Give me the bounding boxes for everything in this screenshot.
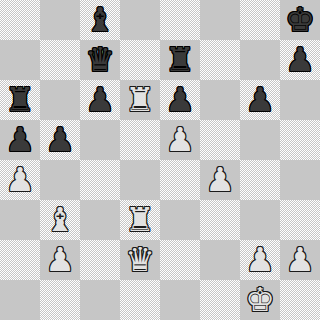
square-d3[interactable]: ♜: [120, 200, 160, 240]
square-c3[interactable]: [80, 200, 120, 240]
square-g3[interactable]: [240, 200, 280, 240]
square-e6[interactable]: ♟: [160, 80, 200, 120]
square-f7[interactable]: [200, 40, 240, 80]
piece-white-king[interactable]: ♚: [240, 280, 280, 320]
square-c7[interactable]: ♛: [80, 40, 120, 80]
square-c8[interactable]: ♝: [80, 0, 120, 40]
square-f2[interactable]: [200, 240, 240, 280]
square-g4[interactable]: [240, 160, 280, 200]
square-a1[interactable]: [0, 280, 40, 320]
piece-black-pawn[interactable]: ♟: [80, 80, 120, 120]
piece-black-pawn[interactable]: ♟: [160, 80, 200, 120]
square-e7[interactable]: ♜: [160, 40, 200, 80]
square-f6[interactable]: [200, 80, 240, 120]
square-b8[interactable]: [40, 0, 80, 40]
square-d4[interactable]: [120, 160, 160, 200]
piece-white-pawn[interactable]: ♟: [280, 240, 320, 280]
square-a8[interactable]: [0, 0, 40, 40]
square-h8[interactable]: ♚: [280, 0, 320, 40]
square-h7[interactable]: ♟: [280, 40, 320, 80]
piece-black-queen[interactable]: ♛: [80, 40, 120, 80]
piece-black-rook[interactable]: ♜: [0, 80, 40, 120]
square-g5[interactable]: [240, 120, 280, 160]
square-b4[interactable]: [40, 160, 80, 200]
chess-board: ♝♚♛♜♟♜♟♜♟♟♟♟♟♟♟♝♜♟♛♟♟♚: [0, 0, 320, 320]
square-b2[interactable]: ♟: [40, 240, 80, 280]
piece-white-rook[interactable]: ♜: [120, 200, 160, 240]
square-c1[interactable]: [80, 280, 120, 320]
square-e1[interactable]: [160, 280, 200, 320]
square-e4[interactable]: [160, 160, 200, 200]
square-c4[interactable]: [80, 160, 120, 200]
square-c2[interactable]: [80, 240, 120, 280]
square-a3[interactable]: [0, 200, 40, 240]
piece-white-pawn[interactable]: ♟: [200, 160, 240, 200]
piece-white-rook[interactable]: ♜: [120, 80, 160, 120]
square-d1[interactable]: [120, 280, 160, 320]
square-e3[interactable]: [160, 200, 200, 240]
square-g6[interactable]: ♟: [240, 80, 280, 120]
square-h3[interactable]: [280, 200, 320, 240]
piece-white-pawn[interactable]: ♟: [0, 160, 40, 200]
square-a6[interactable]: ♜: [0, 80, 40, 120]
square-f8[interactable]: [200, 0, 240, 40]
square-b5[interactable]: ♟: [40, 120, 80, 160]
piece-white-pawn[interactable]: ♟: [160, 120, 200, 160]
square-e5[interactable]: ♟: [160, 120, 200, 160]
square-b6[interactable]: [40, 80, 80, 120]
piece-white-bishop[interactable]: ♝: [40, 200, 80, 240]
square-h1[interactable]: [280, 280, 320, 320]
square-g7[interactable]: [240, 40, 280, 80]
square-f5[interactable]: [200, 120, 240, 160]
square-g8[interactable]: [240, 0, 280, 40]
piece-white-pawn[interactable]: ♟: [240, 240, 280, 280]
square-h4[interactable]: [280, 160, 320, 200]
square-g1[interactable]: ♚: [240, 280, 280, 320]
square-d7[interactable]: [120, 40, 160, 80]
piece-black-bishop[interactable]: ♝: [80, 0, 120, 40]
piece-black-pawn[interactable]: ♟: [240, 80, 280, 120]
piece-white-pawn[interactable]: ♟: [40, 240, 80, 280]
piece-white-queen[interactable]: ♛: [120, 240, 160, 280]
square-d5[interactable]: [120, 120, 160, 160]
square-c6[interactable]: ♟: [80, 80, 120, 120]
square-b7[interactable]: [40, 40, 80, 80]
square-g2[interactable]: ♟: [240, 240, 280, 280]
square-a7[interactable]: [0, 40, 40, 80]
square-d8[interactable]: [120, 0, 160, 40]
square-b3[interactable]: ♝: [40, 200, 80, 240]
square-f3[interactable]: [200, 200, 240, 240]
square-f4[interactable]: ♟: [200, 160, 240, 200]
square-h6[interactable]: [280, 80, 320, 120]
square-h2[interactable]: ♟: [280, 240, 320, 280]
piece-black-pawn[interactable]: ♟: [40, 120, 80, 160]
square-d2[interactable]: ♛: [120, 240, 160, 280]
piece-black-rook[interactable]: ♜: [160, 40, 200, 80]
piece-black-pawn[interactable]: ♟: [280, 40, 320, 80]
square-f1[interactable]: [200, 280, 240, 320]
square-a2[interactable]: [0, 240, 40, 280]
square-h5[interactable]: [280, 120, 320, 160]
piece-black-pawn[interactable]: ♟: [0, 120, 40, 160]
square-e2[interactable]: [160, 240, 200, 280]
square-e8[interactable]: [160, 0, 200, 40]
square-c5[interactable]: [80, 120, 120, 160]
square-d6[interactable]: ♜: [120, 80, 160, 120]
square-a5[interactable]: ♟: [0, 120, 40, 160]
square-a4[interactable]: ♟: [0, 160, 40, 200]
piece-black-king[interactable]: ♚: [280, 0, 320, 40]
square-b1[interactable]: [40, 280, 80, 320]
